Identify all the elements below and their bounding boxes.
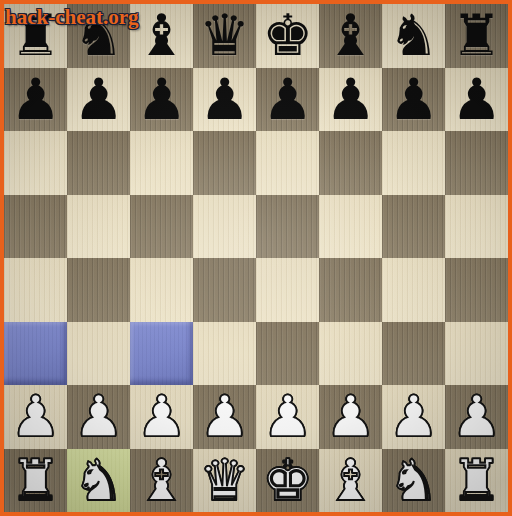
- square-g6[interactable]: [382, 131, 445, 195]
- black-pawn-a7[interactable]: ♟: [4, 68, 67, 132]
- square-e4[interactable]: [256, 258, 319, 322]
- square-b7[interactable]: ♟: [67, 68, 130, 132]
- white-pawn-d2[interactable]: ♟: [193, 385, 256, 449]
- square-e3[interactable]: [256, 322, 319, 386]
- white-bishop-f1[interactable]: ♝: [319, 449, 382, 513]
- white-knight-g1[interactable]: ♞: [382, 449, 445, 513]
- black-bishop-c8[interactable]: ♝: [130, 4, 193, 68]
- square-h7[interactable]: ♟: [445, 68, 508, 132]
- square-g5[interactable]: [382, 195, 445, 259]
- white-pawn-a2[interactable]: ♟: [4, 385, 67, 449]
- square-g8[interactable]: ♞: [382, 4, 445, 68]
- square-f8[interactable]: ♝: [319, 4, 382, 68]
- black-knight-g8[interactable]: ♞: [382, 4, 445, 68]
- square-g2[interactable]: ♟: [382, 385, 445, 449]
- square-c1[interactable]: ♝: [130, 449, 193, 513]
- square-h2[interactable]: ♟: [445, 385, 508, 449]
- square-d5[interactable]: [193, 195, 256, 259]
- square-c6[interactable]: [130, 131, 193, 195]
- square-b6[interactable]: [67, 131, 130, 195]
- square-h5[interactable]: [445, 195, 508, 259]
- square-f1[interactable]: ♝: [319, 449, 382, 513]
- square-f3[interactable]: [319, 322, 382, 386]
- square-h3[interactable]: [445, 322, 508, 386]
- square-a6[interactable]: [4, 131, 67, 195]
- black-rook-h8[interactable]: ♜: [445, 4, 508, 68]
- square-c5[interactable]: [130, 195, 193, 259]
- white-rook-h1[interactable]: ♜: [445, 449, 508, 513]
- black-pawn-g7[interactable]: ♟: [382, 68, 445, 132]
- white-queen-d1[interactable]: ♛: [193, 449, 256, 513]
- square-h6[interactable]: [445, 131, 508, 195]
- black-queen-d8[interactable]: ♛: [193, 4, 256, 68]
- square-b2[interactable]: ♟: [67, 385, 130, 449]
- square-c2[interactable]: ♟: [130, 385, 193, 449]
- square-f2[interactable]: ♟: [319, 385, 382, 449]
- square-a1[interactable]: ♜: [4, 449, 67, 513]
- white-knight-b1[interactable]: ♞: [67, 449, 130, 513]
- square-c7[interactable]: ♟: [130, 68, 193, 132]
- square-f5[interactable]: [319, 195, 382, 259]
- black-pawn-d7[interactable]: ♟: [193, 68, 256, 132]
- square-h1[interactable]: ♜: [445, 449, 508, 513]
- square-b3[interactable]: [67, 322, 130, 386]
- square-h8[interactable]: ♜: [445, 4, 508, 68]
- black-pawn-c7[interactable]: ♟: [130, 68, 193, 132]
- square-e8[interactable]: ♚: [256, 4, 319, 68]
- square-c8[interactable]: ♝: [130, 4, 193, 68]
- square-g7[interactable]: ♟: [382, 68, 445, 132]
- square-c4[interactable]: [130, 258, 193, 322]
- black-king-e8[interactable]: ♚: [256, 4, 319, 68]
- square-d4[interactable]: [193, 258, 256, 322]
- square-a3[interactable]: [4, 322, 67, 386]
- square-a7[interactable]: ♟: [4, 68, 67, 132]
- square-f6[interactable]: [319, 131, 382, 195]
- square-h4[interactable]: [445, 258, 508, 322]
- white-pawn-c2[interactable]: ♟: [130, 385, 193, 449]
- white-pawn-g2[interactable]: ♟: [382, 385, 445, 449]
- watermark: hack-cheat.org: [5, 5, 139, 30]
- square-e6[interactable]: [256, 131, 319, 195]
- square-c3[interactable]: [130, 322, 193, 386]
- square-d8[interactable]: ♛: [193, 4, 256, 68]
- white-rook-a1[interactable]: ♜: [4, 449, 67, 513]
- white-bishop-c1[interactable]: ♝: [130, 449, 193, 513]
- square-a4[interactable]: [4, 258, 67, 322]
- white-pawn-f2[interactable]: ♟: [319, 385, 382, 449]
- white-pawn-e2[interactable]: ♟: [256, 385, 319, 449]
- square-d7[interactable]: ♟: [193, 68, 256, 132]
- black-bishop-f8[interactable]: ♝: [319, 4, 382, 68]
- square-a5[interactable]: [4, 195, 67, 259]
- square-e2[interactable]: ♟: [256, 385, 319, 449]
- black-pawn-b7[interactable]: ♟: [67, 68, 130, 132]
- square-b4[interactable]: [67, 258, 130, 322]
- square-g3[interactable]: [382, 322, 445, 386]
- square-g4[interactable]: [382, 258, 445, 322]
- chess-board: ♜♞♝♛♚♝♞♜♟♟♟♟♟♟♟♟♟♟♟♟♟♟♟♟♜♞♝♛♚♝♞♜: [4, 4, 508, 512]
- square-e7[interactable]: ♟: [256, 68, 319, 132]
- square-b5[interactable]: [67, 195, 130, 259]
- square-b1[interactable]: ♞: [67, 449, 130, 513]
- white-pawn-h2[interactable]: ♟: [445, 385, 508, 449]
- square-e1[interactable]: ♚: [256, 449, 319, 513]
- square-a2[interactable]: ♟: [4, 385, 67, 449]
- square-d6[interactable]: [193, 131, 256, 195]
- square-e5[interactable]: [256, 195, 319, 259]
- black-pawn-h7[interactable]: ♟: [445, 68, 508, 132]
- black-pawn-e7[interactable]: ♟: [256, 68, 319, 132]
- square-f7[interactable]: ♟: [319, 68, 382, 132]
- square-d3[interactable]: [193, 322, 256, 386]
- white-king-e1[interactable]: ♚: [256, 449, 319, 513]
- square-d2[interactable]: ♟: [193, 385, 256, 449]
- black-pawn-f7[interactable]: ♟: [319, 68, 382, 132]
- square-g1[interactable]: ♞: [382, 449, 445, 513]
- chess-app-screen: ♜♞♝♛♚♝♞♜♟♟♟♟♟♟♟♟♟♟♟♟♟♟♟♟♜♞♝♛♚♝♞♜ hack-ch…: [0, 0, 512, 516]
- white-pawn-b2[interactable]: ♟: [67, 385, 130, 449]
- square-f4[interactable]: [319, 258, 382, 322]
- square-d1[interactable]: ♛: [193, 449, 256, 513]
